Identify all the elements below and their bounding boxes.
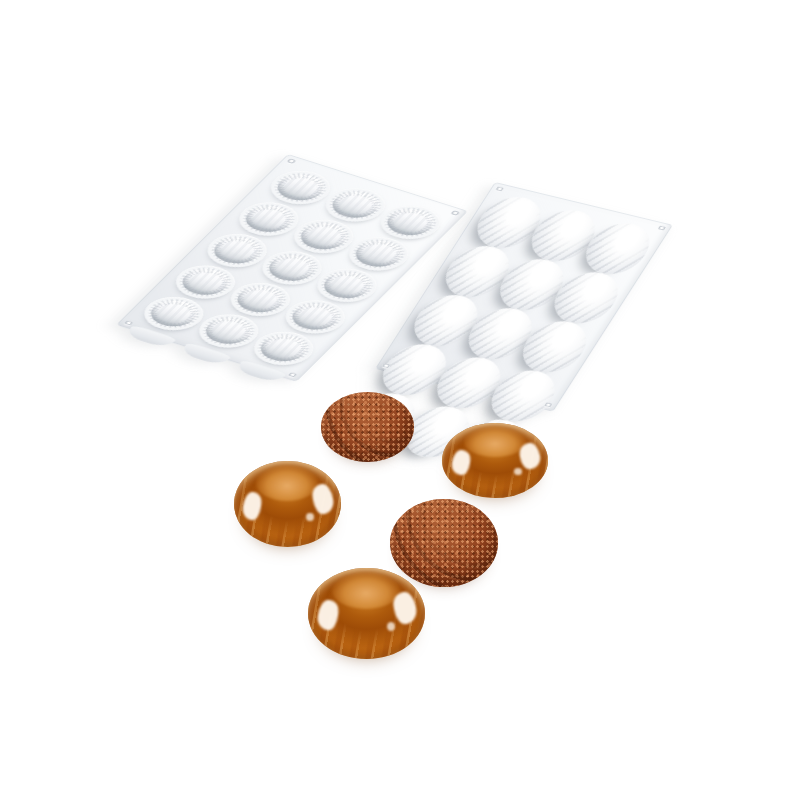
gloss-highlight-spark	[306, 513, 313, 522]
scene: Two white 15-cavity swirl silicone desse…	[0, 0, 800, 800]
cocoa-velvet-dome	[321, 392, 414, 462]
caramel-glazed-dome	[308, 568, 425, 659]
gloss-highlight-right	[519, 441, 543, 470]
gloss-highlight-spark	[514, 468, 521, 476]
gloss-highlight-left	[450, 448, 471, 475]
gloss-highlight-right	[310, 483, 335, 516]
caramel-glazed-dome	[442, 423, 548, 498]
gloss-highlight-right	[392, 591, 419, 626]
caramel-glazed-dome	[234, 461, 341, 547]
gloss-highlight-left	[241, 491, 263, 521]
gloss-highlight-left	[316, 599, 339, 631]
gloss-highlight-spark	[387, 622, 395, 631]
cocoa-velvet-dome	[390, 499, 498, 587]
